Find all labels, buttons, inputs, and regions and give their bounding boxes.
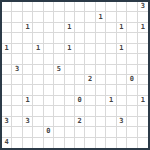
cell-r9c10[interactable]: 1 — [106, 96, 116, 106]
clue-number: 1 — [67, 24, 71, 31]
cell-r4c6[interactable]: 1 — [65, 44, 75, 54]
cell-r10c10[interactable] — [106, 106, 116, 116]
cell-r6c7[interactable] — [75, 65, 85, 75]
cell-r2c7[interactable] — [75, 23, 85, 33]
clue-number: 1 — [141, 24, 145, 31]
cell-r13c5[interactable] — [54, 138, 64, 148]
clue-number: 3 — [141, 3, 145, 10]
cell-r8c12[interactable] — [127, 85, 137, 95]
cell-r2c2[interactable]: 1 — [23, 23, 33, 33]
cell-r0c11[interactable] — [117, 2, 127, 12]
cell-r11c5[interactable] — [54, 117, 64, 127]
cell-r3c5[interactable] — [54, 33, 64, 43]
cell-r11c10[interactable] — [106, 117, 116, 127]
cell-r5c10[interactable] — [106, 54, 116, 64]
clue-number: 1 — [5, 45, 9, 52]
cell-r13c9[interactable] — [96, 138, 106, 148]
cell-r9c1[interactable] — [12, 96, 22, 106]
cell-r10c1[interactable] — [12, 106, 22, 116]
cell-r5c2[interactable] — [23, 54, 33, 64]
cell-r2c13[interactable]: 1 — [138, 23, 148, 33]
cell-r3c1[interactable] — [12, 33, 22, 43]
cell-r9c3[interactable] — [33, 96, 43, 106]
cell-r13c6[interactable] — [65, 138, 75, 148]
cell-r0c2[interactable] — [23, 2, 33, 12]
cell-r4c2[interactable] — [23, 44, 33, 54]
cell-r8c4[interactable] — [44, 85, 54, 95]
cell-r8c5[interactable] — [54, 85, 64, 95]
cell-r10c7[interactable] — [75, 106, 85, 116]
clue-number: 0 — [78, 97, 82, 104]
cell-r8c10[interactable] — [106, 85, 116, 95]
cell-r12c10[interactable] — [106, 127, 116, 137]
cell-r7c13[interactable] — [138, 75, 148, 85]
clue-number: 2 — [88, 76, 92, 83]
clue-number: 1 — [98, 14, 102, 21]
cell-r2c6[interactable]: 1 — [65, 23, 75, 33]
cell-r3c4[interactable] — [44, 33, 54, 43]
cell-r0c5[interactable] — [54, 2, 64, 12]
cell-r12c4[interactable]: 0 — [44, 127, 54, 137]
clue-number: 1 — [109, 97, 113, 104]
cell-r7c8[interactable]: 2 — [85, 75, 95, 85]
cell-r12c8[interactable] — [85, 127, 95, 137]
clue-number: 3 — [119, 118, 123, 125]
cell-r13c0[interactable]: 4 — [2, 138, 12, 148]
cell-r4c4[interactable] — [44, 44, 54, 54]
cell-r6c6[interactable] — [65, 65, 75, 75]
cell-r7c9[interactable] — [96, 75, 106, 85]
cell-r4c1[interactable] — [12, 44, 22, 54]
cell-r2c0[interactable] — [2, 23, 12, 33]
cell-r2c11[interactable]: 1 — [117, 23, 127, 33]
cell-r8c11[interactable] — [117, 85, 127, 95]
cell-r9c7[interactable]: 0 — [75, 96, 85, 106]
cell-r6c11[interactable] — [117, 65, 127, 75]
cell-r10c13[interactable] — [138, 106, 148, 116]
cell-r6c0[interactable] — [2, 65, 12, 75]
cell-r5c7[interactable] — [75, 54, 85, 64]
cell-r7c12[interactable]: 0 — [127, 75, 137, 85]
cell-r3c13[interactable] — [138, 33, 148, 43]
cell-r1c2[interactable] — [23, 12, 33, 22]
cell-r11c12[interactable] — [127, 117, 137, 127]
cell-r1c13[interactable] — [138, 12, 148, 22]
cell-r6c2[interactable] — [23, 65, 33, 75]
cell-r13c1[interactable] — [12, 138, 22, 148]
puzzle-board: 311111111135201011332304 — [0, 0, 150, 150]
cell-r1c7[interactable] — [75, 12, 85, 22]
cell-r3c6[interactable] — [65, 33, 75, 43]
clue-number: 1 — [25, 24, 29, 31]
cell-r1c0[interactable] — [2, 12, 12, 22]
cell-r0c1[interactable] — [12, 2, 22, 12]
cell-r11c0[interactable]: 3 — [2, 117, 12, 127]
cell-r2c3[interactable] — [33, 23, 43, 33]
cell-r7c10[interactable] — [106, 75, 116, 85]
cell-r2c5[interactable] — [54, 23, 64, 33]
cell-r0c6[interactable] — [65, 2, 75, 12]
cell-r4c5[interactable] — [54, 44, 64, 54]
cell-r7c5[interactable] — [54, 75, 64, 85]
cell-r12c5[interactable] — [54, 127, 64, 137]
clue-number: 1 — [36, 45, 40, 52]
cell-r13c10[interactable] — [106, 138, 116, 148]
cell-r6c12[interactable] — [127, 65, 137, 75]
cell-r0c12[interactable] — [127, 2, 137, 12]
cell-r10c8[interactable] — [85, 106, 95, 116]
cell-r3c12[interactable] — [127, 33, 137, 43]
cell-r4c3[interactable]: 1 — [33, 44, 43, 54]
cell-r1c5[interactable] — [54, 12, 64, 22]
cell-r8c9[interactable] — [96, 85, 106, 95]
cell-r0c7[interactable] — [75, 2, 85, 12]
cell-r10c11[interactable] — [117, 106, 127, 116]
cell-r13c3[interactable] — [33, 138, 43, 148]
cell-r4c12[interactable] — [127, 44, 137, 54]
cell-r11c4[interactable] — [44, 117, 54, 127]
cell-r8c1[interactable] — [12, 85, 22, 95]
clue-number: 2 — [78, 118, 82, 125]
cell-r4c8[interactable] — [85, 44, 95, 54]
cell-r11c6[interactable] — [65, 117, 75, 127]
cell-r8c7[interactable] — [75, 85, 85, 95]
clue-number: 0 — [46, 128, 50, 135]
cell-r1c10[interactable] — [106, 12, 116, 22]
cell-r0c3[interactable] — [33, 2, 43, 12]
cell-r12c13[interactable] — [138, 127, 148, 137]
cell-r10c3[interactable] — [33, 106, 43, 116]
cell-r4c0[interactable]: 1 — [2, 44, 12, 54]
cell-r5c11[interactable] — [117, 54, 127, 64]
cell-r7c1[interactable] — [12, 75, 22, 85]
cell-r3c9[interactable] — [96, 33, 106, 43]
cell-r12c11[interactable] — [117, 127, 127, 137]
cell-r12c7[interactable] — [75, 127, 85, 137]
cell-r10c9[interactable] — [96, 106, 106, 116]
cell-r1c12[interactable] — [127, 12, 137, 22]
cell-r13c12[interactable] — [127, 138, 137, 148]
cell-r6c10[interactable] — [106, 65, 116, 75]
cell-r3c7[interactable] — [75, 33, 85, 43]
cell-r11c11[interactable]: 3 — [117, 117, 127, 127]
cell-r2c9[interactable] — [96, 23, 106, 33]
cell-r10c4[interactable] — [44, 106, 54, 116]
cell-r9c13[interactable]: 1 — [138, 96, 148, 106]
cell-r10c6[interactable] — [65, 106, 75, 116]
cell-r13c4[interactable] — [44, 138, 54, 148]
cell-r4c7[interactable] — [75, 44, 85, 54]
clue-number: 3 — [5, 118, 9, 125]
cell-r5c5[interactable] — [54, 54, 64, 64]
cell-r11c7[interactable]: 2 — [75, 117, 85, 127]
cell-r7c6[interactable] — [65, 75, 75, 85]
cell-r10c5[interactable] — [54, 106, 64, 116]
cell-r8c6[interactable] — [65, 85, 75, 95]
cell-r11c2[interactable]: 3 — [23, 117, 33, 127]
cell-r5c9[interactable] — [96, 54, 106, 64]
cell-r13c13[interactable] — [138, 138, 148, 148]
cell-r13c2[interactable] — [23, 138, 33, 148]
clue-number: 3 — [15, 66, 19, 73]
cell-r11c9[interactable] — [96, 117, 106, 127]
cell-r12c0[interactable] — [2, 127, 12, 137]
cell-r4c10[interactable] — [106, 44, 116, 54]
cell-r4c13[interactable] — [138, 44, 148, 54]
cell-r0c9[interactable] — [96, 2, 106, 12]
cell-r7c7[interactable] — [75, 75, 85, 85]
cell-r3c10[interactable] — [106, 33, 116, 43]
cell-r7c2[interactable] — [23, 75, 33, 85]
cell-r5c1[interactable] — [12, 54, 22, 64]
cell-r9c4[interactable] — [44, 96, 54, 106]
cell-r7c11[interactable] — [117, 75, 127, 85]
cell-r10c0[interactable] — [2, 106, 12, 116]
cell-r7c0[interactable] — [2, 75, 12, 85]
clue-number: 1 — [67, 45, 71, 52]
cell-r5c3[interactable] — [33, 54, 43, 64]
cell-r6c1[interactable]: 3 — [12, 65, 22, 75]
cell-r0c0[interactable] — [2, 2, 12, 12]
cell-r8c2[interactable] — [23, 85, 33, 95]
cell-r2c12[interactable] — [127, 23, 137, 33]
cell-r11c1[interactable] — [12, 117, 22, 127]
clue-number: 1 — [25, 97, 29, 104]
cell-r12c6[interactable] — [65, 127, 75, 137]
cell-r9c0[interactable] — [2, 96, 12, 106]
clue-number: 1 — [119, 45, 123, 52]
cell-r12c1[interactable] — [12, 127, 22, 137]
clue-number: 3 — [25, 118, 29, 125]
clue-number: 4 — [5, 139, 9, 146]
cell-r2c10[interactable] — [106, 23, 116, 33]
cell-r3c11[interactable] — [117, 33, 127, 43]
cell-r11c8[interactable] — [85, 117, 95, 127]
cell-r12c9[interactable] — [96, 127, 106, 137]
cell-r11c3[interactable] — [33, 117, 43, 127]
cell-r7c3[interactable] — [33, 75, 43, 85]
cell-r0c8[interactable] — [85, 2, 95, 12]
cell-r5c0[interactable] — [2, 54, 12, 64]
cell-r6c3[interactable] — [33, 65, 43, 75]
cell-r10c12[interactable] — [127, 106, 137, 116]
cell-r9c12[interactable] — [127, 96, 137, 106]
clue-number: 1 — [141, 97, 145, 104]
cell-r6c5[interactable]: 5 — [54, 65, 64, 75]
cell-r0c13[interactable]: 3 — [138, 2, 148, 12]
cell-r11c13[interactable] — [138, 117, 148, 127]
cell-r6c13[interactable] — [138, 65, 148, 75]
cell-r9c8[interactable] — [85, 96, 95, 106]
cell-r12c3[interactable] — [33, 127, 43, 137]
cell-r8c13[interactable] — [138, 85, 148, 95]
cell-r12c2[interactable] — [23, 127, 33, 137]
cell-r8c3[interactable] — [33, 85, 43, 95]
cell-r1c8[interactable] — [85, 12, 95, 22]
cell-r2c4[interactable] — [44, 23, 54, 33]
cell-r2c1[interactable] — [12, 23, 22, 33]
cell-r9c11[interactable] — [117, 96, 127, 106]
cell-r5c4[interactable] — [44, 54, 54, 64]
cell-r4c11[interactable]: 1 — [117, 44, 127, 54]
cell-r1c11[interactable] — [117, 12, 127, 22]
cell-r5c6[interactable] — [65, 54, 75, 64]
cell-r5c8[interactable] — [85, 54, 95, 64]
cell-r4c9[interactable] — [96, 44, 106, 54]
clue-number: 5 — [57, 66, 61, 73]
cell-r13c7[interactable] — [75, 138, 85, 148]
cell-r2c8[interactable] — [85, 23, 95, 33]
cell-r9c5[interactable] — [54, 96, 64, 106]
cell-r9c6[interactable] — [65, 96, 75, 106]
cell-r5c12[interactable] — [127, 54, 137, 64]
cell-r1c4[interactable] — [44, 12, 54, 22]
cell-r7c4[interactable] — [44, 75, 54, 85]
clue-number: 0 — [130, 76, 134, 83]
cell-r3c0[interactable] — [2, 33, 12, 43]
cell-r0c10[interactable] — [106, 2, 116, 12]
cell-r1c9[interactable]: 1 — [96, 12, 106, 22]
cell-r0c4[interactable] — [44, 2, 54, 12]
cell-r3c3[interactable] — [33, 33, 43, 43]
cell-r1c6[interactable] — [65, 12, 75, 22]
cell-r5c13[interactable] — [138, 54, 148, 64]
cell-r6c4[interactable] — [44, 65, 54, 75]
cell-r6c8[interactable] — [85, 65, 95, 75]
cell-r9c2[interactable]: 1 — [23, 96, 33, 106]
cell-r12c12[interactable] — [127, 127, 137, 137]
cell-r3c2[interactable] — [23, 33, 33, 43]
cell-r1c1[interactable] — [12, 12, 22, 22]
cell-r1c3[interactable] — [33, 12, 43, 22]
cell-r6c9[interactable] — [96, 65, 106, 75]
cell-r13c8[interactable] — [85, 138, 95, 148]
cell-r3c8[interactable] — [85, 33, 95, 43]
clue-number: 1 — [119, 24, 123, 31]
cell-r8c8[interactable] — [85, 85, 95, 95]
cell-r10c2[interactable] — [23, 106, 33, 116]
cell-r8c0[interactable] — [2, 85, 12, 95]
cell-r9c9[interactable] — [96, 96, 106, 106]
cell-r13c11[interactable] — [117, 138, 127, 148]
